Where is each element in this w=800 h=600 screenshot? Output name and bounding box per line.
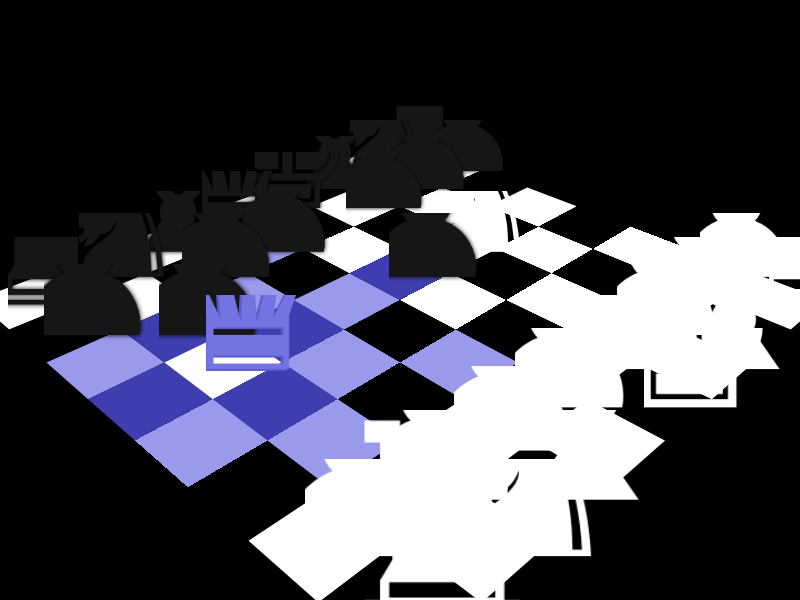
chess-board[interactable]: ♜♞♝♛♚♝♞♜♟♟♟♟♟♟♟♛♟♞♟♟♟♟♟♟♟♟♜♞♝♚♝♜	[0, 139, 800, 600]
board-viewport: ♜♞♝♛♚♝♞♜♟♟♟♟♟♟♟♛♟♞♟♟♟♟♟♟♟♟♜♞♝♚♝♜	[0, 0, 800, 600]
square-a1[interactable]: ♜	[318, 541, 481, 600]
chess-scene: ♜♞♝♛♚♝♞♜♟♟♟♟♟♟♟♛♟♞♟♟♟♟♟♟♟♟♜♞♝♚♝♜	[0, 0, 800, 600]
white-rook-a1[interactable]: ♜	[382, 517, 502, 600]
black-pawn-a7[interactable]: ♟	[44, 264, 125, 345]
